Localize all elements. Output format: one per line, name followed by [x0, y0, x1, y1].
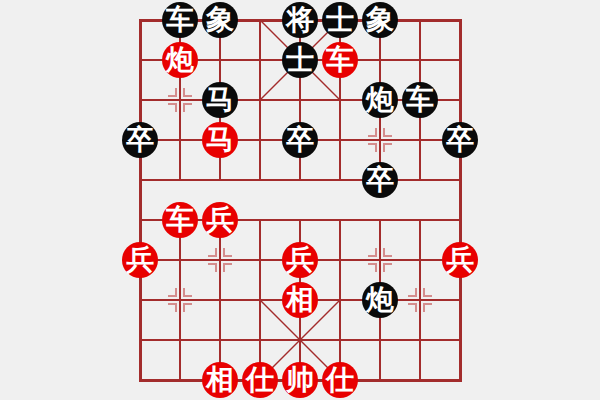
piece-face: 帅: [282, 362, 318, 398]
xiangqi-piece-black[interactable]: 士: [320, 0, 360, 40]
piece-face: 兵: [122, 242, 158, 278]
piece-face: 仕: [322, 362, 358, 398]
xiangqi-board[interactable]: 车象将士象炮士车马炮车卒马卒卒卒车兵兵兵兵相炮相仕帅仕: [0, 0, 600, 400]
piece-face: 卒: [362, 162, 398, 198]
xiangqi-piece-black[interactable]: 卒: [440, 120, 480, 160]
xiangqi-piece-red[interactable]: 马: [200, 120, 240, 160]
piece-face: 炮: [362, 282, 398, 318]
xiangqi-piece-black[interactable]: 卒: [360, 160, 400, 200]
xiangqi-piece-red[interactable]: 炮: [160, 40, 200, 80]
xiangqi-piece-red[interactable]: 相: [200, 360, 240, 400]
xiangqi-piece-red[interactable]: 仕: [320, 360, 360, 400]
xiangqi-piece-black[interactable]: 象: [360, 0, 400, 40]
piece-layer: 车象将士象炮士车马炮车卒马卒卒卒车兵兵兵兵相炮相仕帅仕: [120, 0, 480, 400]
piece-face: 卒: [442, 122, 478, 158]
xiangqi-piece-black[interactable]: 马: [200, 80, 240, 120]
piece-face: 相: [202, 362, 238, 398]
piece-face: 卒: [122, 122, 158, 158]
piece-face: 相: [282, 282, 318, 318]
xiangqi-piece-black[interactable]: 卒: [120, 120, 160, 160]
xiangqi-piece-red[interactable]: 兵: [120, 240, 160, 280]
xiangqi-piece-red[interactable]: 车: [160, 200, 200, 240]
xiangqi-piece-black[interactable]: 车: [400, 80, 440, 120]
piece-face: 兵: [282, 242, 318, 278]
xiangqi-piece-red[interactable]: 兵: [440, 240, 480, 280]
piece-face: 马: [202, 82, 238, 118]
piece-face: 卒: [282, 122, 318, 158]
xiangqi-piece-black[interactable]: 炮: [360, 280, 400, 320]
piece-face: 象: [362, 2, 398, 38]
xiangqi-piece-black[interactable]: 车: [160, 0, 200, 40]
piece-face: 象: [202, 2, 238, 38]
piece-face: 兵: [442, 242, 478, 278]
piece-face: 仕: [242, 362, 278, 398]
xiangqi-piece-red[interactable]: 仕: [240, 360, 280, 400]
piece-face: 车: [322, 42, 358, 78]
xiangqi-piece-red[interactable]: 兵: [280, 240, 320, 280]
piece-face: 士: [322, 2, 358, 38]
xiangqi-piece-red[interactable]: 帅: [280, 360, 320, 400]
piece-face: 车: [162, 202, 198, 238]
piece-face: 车: [402, 82, 438, 118]
piece-face: 炮: [162, 42, 198, 78]
xiangqi-piece-black[interactable]: 炮: [360, 80, 400, 120]
xiangqi-piece-black[interactable]: 士: [280, 40, 320, 80]
xiangqi-piece-red[interactable]: 相: [280, 280, 320, 320]
xiangqi-piece-black[interactable]: 象: [200, 0, 240, 40]
xiangqi-piece-red[interactable]: 兵: [200, 200, 240, 240]
piece-face: 马: [202, 122, 238, 158]
piece-face: 炮: [362, 82, 398, 118]
xiangqi-piece-black[interactable]: 将: [280, 0, 320, 40]
piece-face: 士: [282, 42, 318, 78]
xiangqi-piece-black[interactable]: 卒: [280, 120, 320, 160]
xiangqi-piece-red[interactable]: 车: [320, 40, 360, 80]
piece-face: 将: [282, 2, 318, 38]
piece-face: 车: [162, 2, 198, 38]
piece-face: 兵: [202, 202, 238, 238]
